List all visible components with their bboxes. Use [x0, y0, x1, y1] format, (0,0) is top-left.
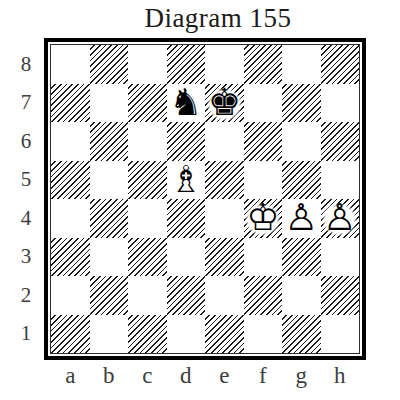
square-e8 [205, 45, 244, 84]
square-f7 [244, 84, 283, 123]
square-g4: ♙ [282, 199, 321, 238]
square-h3 [321, 238, 360, 277]
square-a2 [51, 276, 90, 315]
square-b6 [90, 122, 129, 161]
square-h7 [321, 84, 360, 123]
file-label-b: b [90, 363, 129, 389]
square-f2 [244, 276, 283, 315]
chess-board-grid: ♞♚♗♔♙♙ [50, 44, 360, 354]
square-d5: ♗ [167, 161, 206, 200]
square-c8 [128, 45, 167, 84]
square-c6 [128, 122, 167, 161]
square-c1 [128, 315, 167, 354]
square-d8 [167, 45, 206, 84]
square-h8 [321, 45, 360, 84]
black-king: ♚ [206, 84, 243, 122]
square-e7: ♚ [205, 84, 244, 123]
square-h4: ♙ [321, 199, 360, 238]
square-e3 [205, 238, 244, 277]
square-d4 [167, 199, 206, 238]
file-label-d: d [167, 363, 206, 389]
square-e5 [205, 161, 244, 200]
black-knight: ♞ [167, 84, 204, 122]
white-bishop: ♗ [167, 161, 204, 199]
square-d7: ♞ [167, 84, 206, 123]
rank-label-7: 7 [14, 90, 38, 115]
chess-board: ♞♚♗♔♙♙ [44, 38, 366, 360]
square-b4 [90, 199, 129, 238]
square-a7 [51, 84, 90, 123]
square-f5 [244, 161, 283, 200]
rank-label-4: 4 [14, 206, 38, 231]
square-g1 [282, 315, 321, 354]
square-f1 [244, 315, 283, 354]
rank-label-1: 1 [14, 321, 38, 346]
white-king: ♔ [244, 199, 281, 237]
rank-label-5: 5 [14, 167, 38, 192]
square-e6 [205, 122, 244, 161]
square-f4: ♔ [244, 199, 283, 238]
file-label-e: e [205, 363, 244, 389]
square-e1 [205, 315, 244, 354]
square-a4 [51, 199, 90, 238]
rank-label-3: 3 [14, 244, 38, 269]
square-h6 [321, 122, 360, 161]
rank-label-8: 8 [14, 52, 38, 77]
square-b1 [90, 315, 129, 354]
square-c4 [128, 199, 167, 238]
square-d2 [167, 276, 206, 315]
square-c7 [128, 84, 167, 123]
square-b3 [90, 238, 129, 277]
rank-label-6: 6 [14, 129, 38, 154]
square-b2 [90, 276, 129, 315]
rank-label-2: 2 [14, 283, 38, 308]
square-e2 [205, 276, 244, 315]
square-a5 [51, 161, 90, 200]
square-b8 [90, 45, 129, 84]
square-g5 [282, 161, 321, 200]
square-g3 [282, 238, 321, 277]
square-g2 [282, 276, 321, 315]
square-e4 [205, 199, 244, 238]
square-b5 [90, 161, 129, 200]
square-g7 [282, 84, 321, 123]
square-b7 [90, 84, 129, 123]
square-c2 [128, 276, 167, 315]
square-f8 [244, 45, 283, 84]
file-label-a: a [51, 363, 90, 389]
diagram-title: Diagram 155 [36, 3, 400, 34]
square-h1 [321, 315, 360, 354]
square-f6 [244, 122, 283, 161]
file-label-c: c [128, 363, 167, 389]
white-pawn: ♙ [321, 199, 358, 237]
file-labels: abcdefgh [51, 363, 359, 389]
rank-labels: 87654321 [14, 45, 38, 353]
square-g8 [282, 45, 321, 84]
file-label-g: g [282, 363, 321, 389]
square-a3 [51, 238, 90, 277]
square-a8 [51, 45, 90, 84]
square-h2 [321, 276, 360, 315]
square-c5 [128, 161, 167, 200]
file-label-h: h [321, 363, 360, 389]
square-a1 [51, 315, 90, 354]
square-g6 [282, 122, 321, 161]
square-f3 [244, 238, 283, 277]
square-d6 [167, 122, 206, 161]
white-pawn: ♙ [283, 199, 320, 237]
square-a6 [51, 122, 90, 161]
square-h5 [321, 161, 360, 200]
square-d1 [167, 315, 206, 354]
square-d3 [167, 238, 206, 277]
square-c3 [128, 238, 167, 277]
file-label-f: f [244, 363, 283, 389]
